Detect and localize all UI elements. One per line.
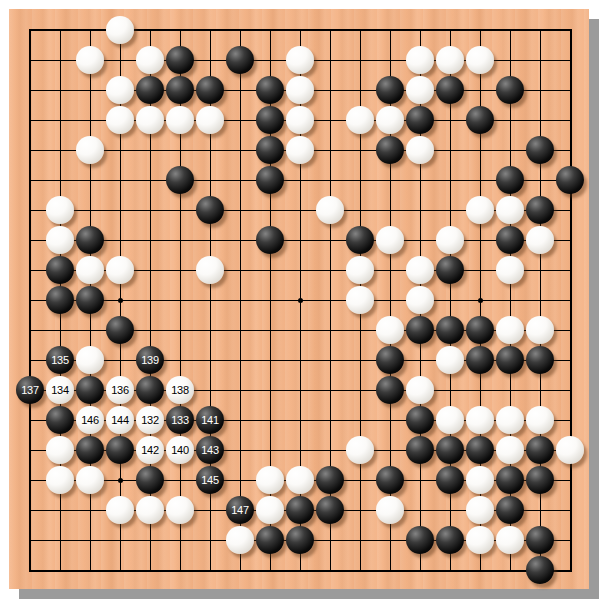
stone-white[interactable] xyxy=(166,106,194,134)
stone-white[interactable] xyxy=(106,106,134,134)
move-number-label: 139 xyxy=(141,355,158,366)
stone-black[interactable] xyxy=(316,496,344,524)
stone-black[interactable]: 135 xyxy=(46,346,74,374)
stone-white[interactable] xyxy=(286,106,314,134)
star-point xyxy=(118,298,123,303)
stone-white[interactable] xyxy=(436,226,464,254)
stone-white[interactable] xyxy=(496,316,524,344)
stone-white[interactable] xyxy=(376,496,404,524)
stone-white[interactable] xyxy=(496,526,524,554)
stone-black[interactable] xyxy=(46,286,74,314)
stone-white[interactable] xyxy=(466,406,494,434)
stone-black[interactable] xyxy=(376,136,404,164)
stone-black[interactable] xyxy=(376,346,404,374)
move-number-label: 138 xyxy=(171,385,188,396)
stone-black[interactable] xyxy=(436,436,464,464)
stone-black[interactable] xyxy=(106,436,134,464)
stone-black[interactable] xyxy=(526,346,554,374)
stone-black[interactable] xyxy=(556,166,584,194)
stone-white[interactable] xyxy=(196,256,224,284)
stone-white[interactable] xyxy=(76,346,104,374)
stone-black[interactable] xyxy=(76,286,104,314)
stone-black[interactable] xyxy=(436,316,464,344)
stone-black[interactable]: 133 xyxy=(166,406,194,434)
stone-black[interactable] xyxy=(436,256,464,284)
move-number-label: 144 xyxy=(111,415,128,426)
stone-black[interactable] xyxy=(376,376,404,404)
stone-black[interactable]: 147 xyxy=(226,496,254,524)
stone-black[interactable] xyxy=(496,346,524,374)
stone-white[interactable] xyxy=(526,226,554,254)
stone-black[interactable] xyxy=(496,496,524,524)
stone-white[interactable] xyxy=(526,406,554,434)
stone-black[interactable] xyxy=(166,46,194,74)
go-board[interactable]: 1351391371341361381461441321331411421401… xyxy=(9,9,589,589)
stone-black[interactable] xyxy=(466,106,494,134)
stone-black[interactable] xyxy=(496,226,524,254)
stone-black[interactable] xyxy=(376,76,404,104)
stone-white[interactable] xyxy=(346,286,374,314)
stone-black[interactable] xyxy=(406,436,434,464)
stone-black[interactable] xyxy=(46,256,74,284)
move-number-label: 132 xyxy=(141,415,158,426)
stone-black[interactable] xyxy=(196,196,224,224)
stone-white[interactable] xyxy=(346,436,374,464)
stone-white[interactable] xyxy=(46,436,74,464)
stone-black[interactable] xyxy=(526,436,554,464)
stone-black[interactable] xyxy=(406,406,434,434)
move-number-label: 146 xyxy=(81,415,98,426)
stone-black[interactable] xyxy=(466,316,494,344)
stone-black[interactable] xyxy=(256,526,284,554)
stone-white[interactable] xyxy=(496,406,524,434)
stone-white[interactable] xyxy=(346,256,374,284)
stone-white[interactable] xyxy=(256,466,284,494)
stone-black[interactable] xyxy=(526,526,554,554)
stone-white[interactable]: 138 xyxy=(166,376,194,404)
star-point xyxy=(118,478,123,483)
stone-white[interactable] xyxy=(286,76,314,104)
move-number-label: 147 xyxy=(231,505,248,516)
stone-white[interactable] xyxy=(106,76,134,104)
stone-black[interactable] xyxy=(136,376,164,404)
stone-white[interactable] xyxy=(76,466,104,494)
stone-black[interactable]: 137 xyxy=(16,376,44,404)
page: 1351391371341361381461441321331411421401… xyxy=(0,0,600,600)
stone-white[interactable] xyxy=(136,106,164,134)
stone-white[interactable]: 144 xyxy=(106,406,134,434)
stone-white[interactable] xyxy=(226,526,254,554)
stone-white[interactable] xyxy=(76,256,104,284)
move-number-label: 142 xyxy=(141,445,158,456)
move-number-label: 145 xyxy=(201,475,218,486)
stone-white[interactable] xyxy=(286,136,314,164)
stone-black[interactable] xyxy=(376,466,404,494)
stone-white[interactable] xyxy=(166,496,194,524)
stone-black[interactable] xyxy=(496,166,524,194)
stone-black[interactable] xyxy=(406,526,434,554)
stone-black[interactable]: 145 xyxy=(196,466,224,494)
move-number-label: 134 xyxy=(51,385,68,396)
stone-black[interactable] xyxy=(436,526,464,554)
stone-black[interactable] xyxy=(106,316,134,344)
stone-black[interactable] xyxy=(406,106,434,134)
star-point xyxy=(298,298,303,303)
stone-white[interactable] xyxy=(46,196,74,224)
stone-black[interactable] xyxy=(316,466,344,494)
stone-black[interactable] xyxy=(526,196,554,224)
stone-white[interactable] xyxy=(46,226,74,254)
stone-black[interactable] xyxy=(256,106,284,134)
stone-white[interactable] xyxy=(106,256,134,284)
stone-black[interactable] xyxy=(256,136,284,164)
stone-white[interactable] xyxy=(346,106,374,134)
stone-black[interactable] xyxy=(406,316,434,344)
stone-white[interactable] xyxy=(466,466,494,494)
stone-white[interactable] xyxy=(406,136,434,164)
stone-white[interactable] xyxy=(496,196,524,224)
stone-white[interactable] xyxy=(406,286,434,314)
move-number-label: 136 xyxy=(111,385,128,396)
stone-white[interactable] xyxy=(496,256,524,284)
stone-white[interactable] xyxy=(466,496,494,524)
stone-black[interactable] xyxy=(136,76,164,104)
stone-white[interactable] xyxy=(526,316,554,344)
stone-white[interactable] xyxy=(106,496,134,524)
stone-black[interactable] xyxy=(196,76,224,104)
stone-white[interactable] xyxy=(466,196,494,224)
stone-black[interactable] xyxy=(346,226,374,254)
stone-white[interactable] xyxy=(376,106,404,134)
stone-white[interactable] xyxy=(406,46,434,74)
move-number-label: 133 xyxy=(171,415,188,426)
stone-black[interactable] xyxy=(526,136,554,164)
stone-white[interactable]: 134 xyxy=(46,376,74,404)
stone-black[interactable] xyxy=(436,76,464,104)
stone-white[interactable] xyxy=(316,196,344,224)
stone-black[interactable] xyxy=(466,346,494,374)
board-cells: 1351391371341361381461441321331411421401… xyxy=(15,15,585,585)
stone-white[interactable] xyxy=(436,46,464,74)
stone-black[interactable] xyxy=(76,436,104,464)
move-number-label: 135 xyxy=(51,355,68,366)
stone-white[interactable] xyxy=(466,526,494,554)
stone-white[interactable] xyxy=(286,466,314,494)
stone-white[interactable] xyxy=(376,316,404,344)
stone-white[interactable] xyxy=(286,46,314,74)
stone-black[interactable] xyxy=(226,46,254,74)
stone-white[interactable] xyxy=(406,376,434,404)
stone-black[interactable] xyxy=(286,526,314,554)
stone-black[interactable] xyxy=(76,226,104,254)
stone-white[interactable] xyxy=(136,46,164,74)
stone-black[interactable] xyxy=(526,466,554,494)
stone-white[interactable] xyxy=(256,496,284,524)
stone-black[interactable] xyxy=(166,76,194,104)
stone-black[interactable] xyxy=(136,466,164,494)
stone-black[interactable] xyxy=(256,76,284,104)
stone-black[interactable] xyxy=(76,376,104,404)
move-number-label: 143 xyxy=(201,445,218,456)
stone-white[interactable] xyxy=(196,106,224,134)
star-point xyxy=(478,298,483,303)
stone-white[interactable] xyxy=(76,136,104,164)
stone-white[interactable] xyxy=(436,346,464,374)
stone-black[interactable] xyxy=(436,466,464,494)
stone-white[interactable] xyxy=(136,496,164,524)
stone-white[interactable] xyxy=(46,466,74,494)
stone-white[interactable] xyxy=(106,16,134,44)
stone-white[interactable]: 136 xyxy=(106,376,134,404)
stone-white[interactable] xyxy=(556,436,584,464)
stone-white[interactable] xyxy=(376,226,404,254)
stone-black[interactable] xyxy=(496,466,524,494)
stone-black[interactable] xyxy=(46,406,74,434)
stone-black[interactable]: 141 xyxy=(196,406,224,434)
stone-white[interactable]: 140 xyxy=(166,436,194,464)
stone-black[interactable] xyxy=(256,166,284,194)
stone-black[interactable] xyxy=(526,556,554,584)
stone-black[interactable] xyxy=(286,496,314,524)
stone-white[interactable] xyxy=(406,256,434,284)
stone-white[interactable]: 142 xyxy=(136,436,164,464)
stone-white[interactable] xyxy=(406,76,434,104)
stone-black[interactable] xyxy=(256,226,284,254)
stone-black[interactable] xyxy=(496,76,524,104)
stone-white[interactable]: 146 xyxy=(76,406,104,434)
move-number-label: 137 xyxy=(21,385,38,396)
stone-white[interactable] xyxy=(76,46,104,74)
move-number-label: 140 xyxy=(171,445,188,456)
move-number-label: 141 xyxy=(201,415,218,426)
stone-black[interactable] xyxy=(166,166,194,194)
stone-black[interactable] xyxy=(466,436,494,464)
stone-white[interactable] xyxy=(466,46,494,74)
stone-white[interactable] xyxy=(436,406,464,434)
stone-black[interactable]: 139 xyxy=(136,346,164,374)
stone-white[interactable]: 132 xyxy=(136,406,164,434)
stone-black[interactable]: 143 xyxy=(196,436,224,464)
stone-white[interactable] xyxy=(496,436,524,464)
